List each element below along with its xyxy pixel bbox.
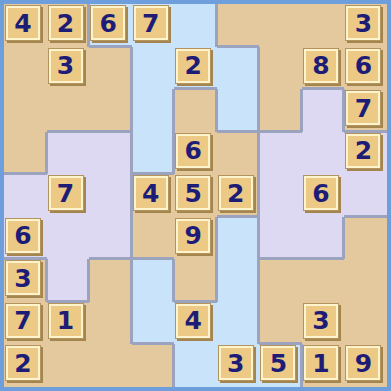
given-digit: 7 xyxy=(57,181,74,206)
given-digit: 7 xyxy=(142,11,159,36)
cell-r2c7[interactable] xyxy=(259,47,302,90)
given-digit: 9 xyxy=(185,223,202,248)
given-tile-r5c5: 5 xyxy=(175,175,211,211)
cell-r2c2: 3 xyxy=(47,47,90,90)
cell-r8c7[interactable] xyxy=(259,302,302,345)
given-tile-r9c8: 1 xyxy=(303,345,339,381)
cell-r4c8[interactable] xyxy=(302,132,345,175)
given-digit: 2 xyxy=(57,11,74,36)
cell-r6c3[interactable] xyxy=(89,217,132,260)
cell-r2c6[interactable] xyxy=(217,47,260,90)
cell-r9c4[interactable] xyxy=(132,344,175,387)
cell-r4c6[interactable] xyxy=(217,132,260,175)
cell-r1c9: 3 xyxy=(344,4,387,47)
cell-r1c2: 2 xyxy=(47,4,90,47)
cell-r6c5: 9 xyxy=(174,217,217,260)
cell-r3c1[interactable] xyxy=(4,89,47,132)
cell-r5c6: 2 xyxy=(217,174,260,217)
cell-r1c4: 7 xyxy=(132,4,175,47)
cell-r4c9: 2 xyxy=(344,132,387,175)
given-tile-r2c9: 6 xyxy=(345,48,381,84)
cell-r1c8[interactable] xyxy=(302,4,345,47)
cell-r3c3[interactable] xyxy=(89,89,132,132)
cell-r4c4[interactable] xyxy=(132,132,175,175)
cell-r1c6[interactable] xyxy=(217,4,260,47)
given-digit: 5 xyxy=(270,351,287,376)
given-tile-r8c2: 1 xyxy=(48,303,84,339)
cell-r6c8[interactable] xyxy=(302,217,345,260)
cell-r4c5: 6 xyxy=(174,132,217,175)
given-digit: 3 xyxy=(355,11,372,36)
cell-r3c9: 7 xyxy=(344,89,387,132)
given-digit: 8 xyxy=(312,53,329,78)
given-tile-r9c1: 2 xyxy=(5,345,41,381)
cell-r3c8[interactable] xyxy=(302,89,345,132)
given-digit: 2 xyxy=(227,181,244,206)
cell-r8c8: 3 xyxy=(302,302,345,345)
cell-r2c5: 2 xyxy=(174,47,217,90)
given-digit: 7 xyxy=(14,308,31,333)
cell-r6c6[interactable] xyxy=(217,217,260,260)
cell-r9c3[interactable] xyxy=(89,344,132,387)
given-tile-r5c4: 4 xyxy=(133,175,169,211)
given-tile-r2c5: 2 xyxy=(175,48,211,84)
cell-r4c7[interactable] xyxy=(259,132,302,175)
given-tile-r8c8: 3 xyxy=(303,303,339,339)
given-tile-r4c9: 2 xyxy=(345,133,381,169)
given-tile-r9c6: 3 xyxy=(218,345,254,381)
cell-r8c3[interactable] xyxy=(89,302,132,345)
cell-r1c1: 4 xyxy=(4,4,47,47)
cell-r9c2[interactable] xyxy=(47,344,90,387)
cell-r8c1: 7 xyxy=(4,302,47,345)
given-digit: 1 xyxy=(57,308,74,333)
given-digit: 4 xyxy=(142,181,159,206)
cell-r8c4[interactable] xyxy=(132,302,175,345)
cell-r6c9[interactable] xyxy=(344,217,387,260)
cell-r9c8: 1 xyxy=(302,344,345,387)
cell-r4c3[interactable] xyxy=(89,132,132,175)
cell-r5c8: 6 xyxy=(302,174,345,217)
given-tile-r8c5: 4 xyxy=(175,303,211,339)
given-digit: 4 xyxy=(185,308,202,333)
cell-r3c2[interactable] xyxy=(47,89,90,132)
given-digit: 5 xyxy=(185,181,202,206)
cell-r2c4[interactable] xyxy=(132,47,175,90)
given-digit: 6 xyxy=(185,138,202,163)
given-tile-r2c8: 8 xyxy=(303,48,339,84)
cell-r6c1: 6 xyxy=(4,217,47,260)
given-tile-r2c2: 3 xyxy=(48,48,84,84)
cell-r5c4: 4 xyxy=(132,174,175,217)
given-tile-r1c2: 2 xyxy=(48,5,84,41)
cell-r1c7[interactable] xyxy=(259,4,302,47)
cell-r5c1[interactable] xyxy=(4,174,47,217)
cell-r2c8: 8 xyxy=(302,47,345,90)
cell-r6c7[interactable] xyxy=(259,217,302,260)
cell-r7c3[interactable] xyxy=(89,259,132,302)
cell-r9c5[interactable] xyxy=(174,344,217,387)
cell-r6c2[interactable] xyxy=(47,217,90,260)
cell-r2c3[interactable] xyxy=(89,47,132,90)
cell-r8c2: 1 xyxy=(47,302,90,345)
given-digit: 6 xyxy=(99,11,116,36)
given-digit: 2 xyxy=(14,351,31,376)
cell-r8c6[interactable] xyxy=(217,302,260,345)
given-tile-r8c1: 7 xyxy=(5,303,41,339)
given-digit: 3 xyxy=(14,266,31,291)
cell-r9c7: 5 xyxy=(259,344,302,387)
cell-r9c9: 9 xyxy=(344,344,387,387)
cell-r8c5: 4 xyxy=(174,302,217,345)
given-digit: 6 xyxy=(355,53,372,78)
given-digit: 4 xyxy=(14,11,31,36)
cell-r5c7[interactable] xyxy=(259,174,302,217)
cell-r5c2: 7 xyxy=(47,174,90,217)
cell-r7c5[interactable] xyxy=(174,259,217,302)
given-tile-r3c9: 7 xyxy=(345,90,381,126)
given-digit: 2 xyxy=(355,138,372,163)
cell-r7c6[interactable] xyxy=(217,259,260,302)
cell-r8c9[interactable] xyxy=(344,302,387,345)
cell-r4c1[interactable] xyxy=(4,132,47,175)
given-digit: 3 xyxy=(57,53,74,78)
given-tile-r7c1: 3 xyxy=(5,260,41,296)
given-tile-r1c3: 6 xyxy=(90,5,126,41)
given-digit: 9 xyxy=(355,351,372,376)
given-tile-r1c9: 3 xyxy=(345,5,381,41)
cell-r3c7[interactable] xyxy=(259,89,302,132)
cell-r7c1: 3 xyxy=(4,259,47,302)
cell-r2c9: 6 xyxy=(344,47,387,90)
cell-r2c1[interactable] xyxy=(4,47,47,90)
cell-r3c4[interactable] xyxy=(132,89,175,132)
cell-r5c5: 5 xyxy=(174,174,217,217)
cell-r4c2[interactable] xyxy=(47,132,90,175)
cell-r7c2[interactable] xyxy=(47,259,90,302)
sudoku-board: 42673328676274526693714323519 xyxy=(0,0,391,391)
given-tile-r9c9: 9 xyxy=(345,345,381,381)
given-digit: 6 xyxy=(14,223,31,248)
given-tile-r1c1: 4 xyxy=(5,5,41,41)
cell-r5c9[interactable] xyxy=(344,174,387,217)
given-tile-r6c5: 9 xyxy=(175,218,211,254)
sudoku-grid: 42673328676274526693714323519 xyxy=(4,4,387,387)
given-tile-r6c1: 6 xyxy=(5,218,41,254)
cell-r7c9[interactable] xyxy=(344,259,387,302)
cell-r5c3[interactable] xyxy=(89,174,132,217)
cell-r1c3: 6 xyxy=(89,4,132,47)
given-digit: 6 xyxy=(312,181,329,206)
cell-r6c4[interactable] xyxy=(132,217,175,260)
given-tile-r5c8: 6 xyxy=(303,175,339,211)
cell-r7c7[interactable] xyxy=(259,259,302,302)
cell-r1c5[interactable] xyxy=(174,4,217,47)
given-digit: 7 xyxy=(355,96,372,121)
cell-r3c6[interactable] xyxy=(217,89,260,132)
cell-r9c6: 3 xyxy=(217,344,260,387)
given-digit: 3 xyxy=(227,351,244,376)
cell-r9c1: 2 xyxy=(4,344,47,387)
cell-r7c8[interactable] xyxy=(302,259,345,302)
cell-r3c5[interactable] xyxy=(174,89,217,132)
given-tile-r9c7: 5 xyxy=(260,345,296,381)
cell-r7c4[interactable] xyxy=(132,259,175,302)
given-tile-r5c2: 7 xyxy=(48,175,84,211)
given-digit: 2 xyxy=(185,53,202,78)
given-tile-r4c5: 6 xyxy=(175,133,211,169)
given-digit: 3 xyxy=(312,308,329,333)
given-tile-r5c6: 2 xyxy=(218,175,254,211)
given-digit: 1 xyxy=(312,351,329,376)
given-tile-r1c4: 7 xyxy=(133,5,169,41)
